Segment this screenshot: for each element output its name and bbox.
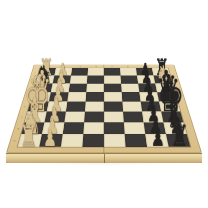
- coordinate-label: 3: [76, 66, 84, 67]
- square: [124, 122, 145, 134]
- chess-set-photo: 12345678 abcdefgh ♜♟♟♜♞♟♟♞♝♟♟♝♛♟♟♛♚♟♟♚♝♟…: [0, 0, 208, 208]
- square: [63, 122, 84, 134]
- square: [64, 112, 85, 123]
- square: [87, 76, 104, 84]
- square: ♜: [18, 134, 42, 147]
- square: ♜: [166, 134, 190, 147]
- square: [66, 102, 86, 112]
- square: [69, 84, 87, 93]
- rim-hinge-seam: [104, 154, 105, 163]
- square: [104, 92, 122, 101]
- square: [122, 102, 142, 112]
- square: [121, 84, 139, 93]
- square: [86, 84, 104, 93]
- square: [61, 134, 83, 147]
- square: [104, 134, 126, 147]
- board-front-rim: [6, 153, 202, 163]
- coordinate-label: 5: [108, 66, 116, 67]
- square: [125, 134, 147, 147]
- square: [104, 84, 122, 93]
- white-rook: ♜: [19, 122, 38, 151]
- square: [82, 134, 104, 147]
- square: [104, 122, 125, 134]
- square: ♟: [39, 134, 62, 147]
- square: [104, 102, 123, 112]
- square: [67, 92, 86, 101]
- coordinate-label: 6: [124, 66, 132, 67]
- square: [85, 102, 104, 112]
- square: [83, 122, 104, 134]
- square: [71, 68, 88, 76]
- square: [84, 112, 104, 123]
- black-pawn: ♟: [151, 128, 165, 150]
- square: [120, 68, 137, 76]
- black-rook: ♜: [170, 122, 189, 151]
- chessboard: 12345678 abcdefgh ♜♟♟♜♞♟♟♞♝♟♟♝♛♟♟♛♚♟♟♚♝♟…: [6, 65, 202, 153]
- coordinate-label: h: [12, 137, 18, 143]
- square: [104, 112, 124, 123]
- square: [87, 68, 104, 76]
- square: [70, 76, 88, 84]
- square: [123, 112, 144, 123]
- square: [104, 68, 121, 76]
- square: [86, 92, 104, 101]
- square: [104, 76, 121, 84]
- white-pawn: ♟: [43, 128, 57, 150]
- square: [122, 92, 141, 101]
- square: ♟: [145, 134, 168, 147]
- square: [121, 76, 139, 84]
- coordinate-label: 4: [92, 66, 100, 67]
- perspective-stage: 12345678 abcdefgh ♜♟♟♜♞♟♟♞♝♟♟♝♛♟♟♛♚♟♟♚♝♟…: [0, 0, 208, 208]
